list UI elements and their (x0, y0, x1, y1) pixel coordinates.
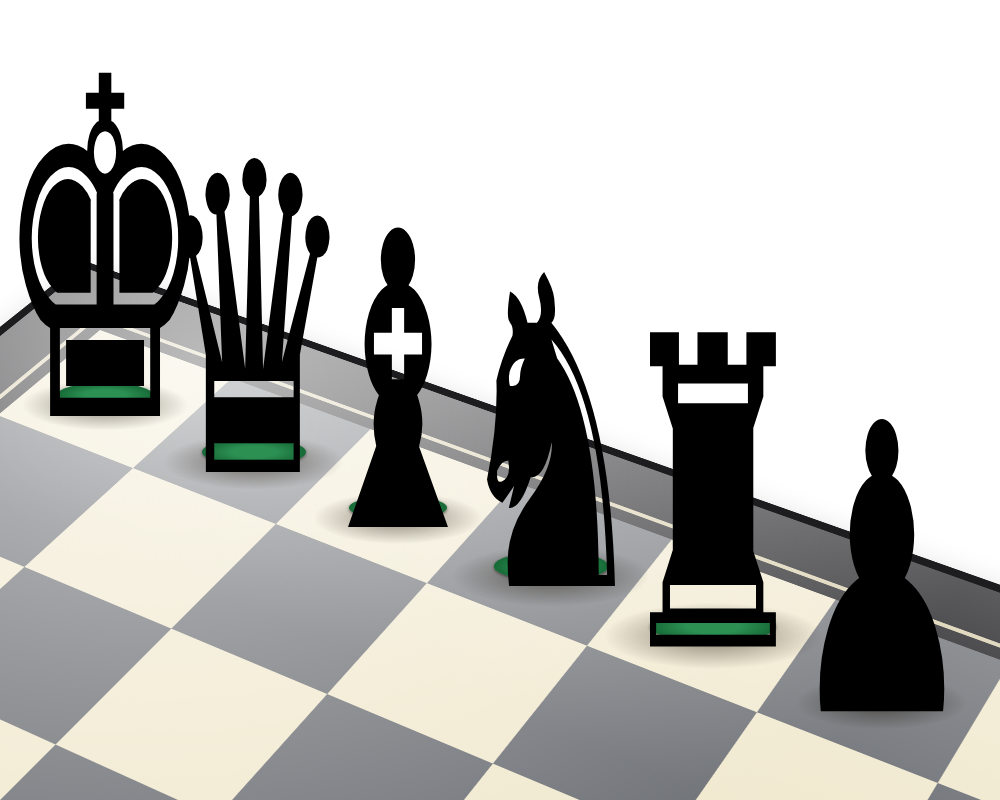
black-pawn-glyph: ♟ (789, 373, 975, 773)
product-photo-scene: ♚♛♝♞♜♟ (0, 0, 1000, 800)
pieces-layer: ♚♛♝♞♜♟ (0, 0, 1000, 800)
white-rook-glyph: ♜ (613, 282, 813, 712)
